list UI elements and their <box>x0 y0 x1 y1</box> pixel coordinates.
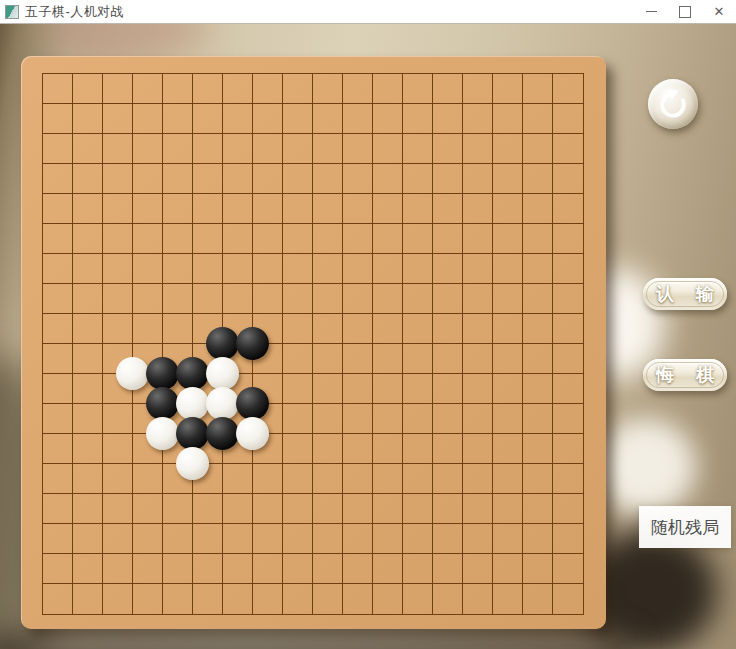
board-cell[interactable] <box>553 164 583 194</box>
board-cell[interactable] <box>193 584 223 614</box>
board-cell[interactable] <box>343 74 373 104</box>
board-cell[interactable] <box>283 524 313 554</box>
board-cell[interactable] <box>223 284 253 314</box>
board-cell[interactable] <box>523 164 553 194</box>
board-cell[interactable] <box>403 524 433 554</box>
board-cell[interactable] <box>133 584 163 614</box>
board-cell[interactable] <box>343 464 373 494</box>
board-cell[interactable] <box>493 134 523 164</box>
board-cell[interactable] <box>133 464 163 494</box>
board-cell[interactable] <box>163 404 193 434</box>
board-cell[interactable] <box>223 74 253 104</box>
board-cell[interactable] <box>313 224 343 254</box>
board-cell[interactable] <box>433 404 463 434</box>
board-cell[interactable] <box>463 194 493 224</box>
board-cell[interactable] <box>283 434 313 464</box>
board-cell[interactable] <box>343 404 373 434</box>
board-cell[interactable] <box>73 254 103 284</box>
board-cell[interactable] <box>103 374 133 404</box>
board-cell[interactable] <box>253 224 283 254</box>
board-cell[interactable] <box>133 74 163 104</box>
board-cell[interactable] <box>73 374 103 404</box>
board-cell[interactable] <box>223 524 253 554</box>
board-cell[interactable] <box>373 434 403 464</box>
board-cell[interactable] <box>43 554 73 584</box>
board-cell[interactable] <box>403 194 433 224</box>
board-cell[interactable] <box>493 224 523 254</box>
board-cell[interactable] <box>283 254 313 284</box>
close-button[interactable]: ✕ <box>702 1 736 23</box>
board-cell[interactable] <box>193 254 223 284</box>
board-cell[interactable] <box>313 554 343 584</box>
board-cell[interactable] <box>253 284 283 314</box>
board-cell[interactable] <box>373 584 403 614</box>
board-cell[interactable] <box>373 224 403 254</box>
board-cell[interactable] <box>553 254 583 284</box>
board-cell[interactable] <box>313 404 343 434</box>
board-cell[interactable] <box>103 404 133 434</box>
board-cell[interactable] <box>193 434 223 464</box>
gomoku-board[interactable] <box>21 56 606 629</box>
board-cell[interactable] <box>283 554 313 584</box>
board-cell[interactable] <box>313 584 343 614</box>
board-cell[interactable] <box>523 134 553 164</box>
board-cell[interactable] <box>283 464 313 494</box>
board-cell[interactable] <box>253 104 283 134</box>
board-cell[interactable] <box>283 284 313 314</box>
board-cell[interactable] <box>193 164 223 194</box>
board-cell[interactable] <box>103 584 133 614</box>
board-cell[interactable] <box>463 224 493 254</box>
board-cell[interactable] <box>103 524 133 554</box>
board-cell[interactable] <box>433 524 463 554</box>
board-cell[interactable] <box>373 314 403 344</box>
board-cell[interactable] <box>193 374 223 404</box>
board-cell[interactable] <box>403 314 433 344</box>
board-cell[interactable] <box>463 284 493 314</box>
board-cell[interactable] <box>133 254 163 284</box>
board-cell[interactable] <box>193 134 223 164</box>
board-cell[interactable] <box>223 464 253 494</box>
board-cell[interactable] <box>43 434 73 464</box>
board-cell[interactable] <box>433 314 463 344</box>
board-cell[interactable] <box>523 254 553 284</box>
board-cell[interactable] <box>553 554 583 584</box>
board-cell[interactable] <box>223 494 253 524</box>
board-cell[interactable] <box>43 194 73 224</box>
board-cell[interactable] <box>283 344 313 374</box>
board-cell[interactable] <box>553 494 583 524</box>
board-cell[interactable] <box>163 254 193 284</box>
board-cell[interactable] <box>43 164 73 194</box>
board-cell[interactable] <box>223 254 253 284</box>
board-cell[interactable] <box>313 494 343 524</box>
board-cell[interactable] <box>553 404 583 434</box>
board-cell[interactable] <box>313 74 343 104</box>
board-cell[interactable] <box>43 224 73 254</box>
board-cell[interactable] <box>163 434 193 464</box>
board-grid[interactable] <box>42 73 584 615</box>
board-cell[interactable] <box>463 554 493 584</box>
board-cell[interactable] <box>403 134 433 164</box>
board-cell[interactable] <box>523 434 553 464</box>
board-cell[interactable] <box>43 404 73 434</box>
board-cell[interactable] <box>373 464 403 494</box>
board-cell[interactable] <box>43 344 73 374</box>
board-cell[interactable] <box>373 74 403 104</box>
board-cell[interactable] <box>73 284 103 314</box>
board-cell[interactable] <box>553 74 583 104</box>
board-cell[interactable] <box>163 194 193 224</box>
board-cell[interactable] <box>463 104 493 134</box>
board-cell[interactable] <box>133 494 163 524</box>
board-cell[interactable] <box>73 104 103 134</box>
board-cell[interactable] <box>253 554 283 584</box>
board-cell[interactable] <box>133 194 163 224</box>
board-cell[interactable] <box>283 224 313 254</box>
board-cell[interactable] <box>253 164 283 194</box>
board-cell[interactable] <box>313 314 343 344</box>
board-cell[interactable] <box>373 524 403 554</box>
board-cell[interactable] <box>223 434 253 464</box>
board-cell[interactable] <box>313 194 343 224</box>
board-cell[interactable] <box>373 404 403 434</box>
board-cell[interactable] <box>223 554 253 584</box>
board-cell[interactable] <box>163 314 193 344</box>
board-cell[interactable] <box>133 134 163 164</box>
board-cell[interactable] <box>343 164 373 194</box>
board-cell[interactable] <box>223 344 253 374</box>
board-cell[interactable] <box>133 374 163 404</box>
board-cell[interactable] <box>253 464 283 494</box>
board-cell[interactable] <box>523 224 553 254</box>
board-cell[interactable] <box>433 224 463 254</box>
board-cell[interactable] <box>73 164 103 194</box>
board-cell[interactable] <box>493 404 523 434</box>
board-cell[interactable] <box>163 464 193 494</box>
board-cell[interactable] <box>253 374 283 404</box>
board-cell[interactable] <box>403 284 433 314</box>
board-cell[interactable] <box>103 194 133 224</box>
board-cell[interactable] <box>43 284 73 314</box>
board-cell[interactable] <box>433 164 463 194</box>
board-cell[interactable] <box>223 584 253 614</box>
board-cell[interactable] <box>463 314 493 344</box>
board-cell[interactable] <box>553 344 583 374</box>
board-cell[interactable] <box>193 284 223 314</box>
board-cell[interactable] <box>163 494 193 524</box>
board-cell[interactable] <box>433 494 463 524</box>
board-cell[interactable] <box>103 284 133 314</box>
board-cell[interactable] <box>463 404 493 434</box>
board-cell[interactable] <box>223 224 253 254</box>
board-cell[interactable] <box>343 494 373 524</box>
board-cell[interactable] <box>313 134 343 164</box>
board-cell[interactable] <box>163 104 193 134</box>
board-cell[interactable] <box>163 344 193 374</box>
board-cell[interactable] <box>373 344 403 374</box>
board-cell[interactable] <box>103 224 133 254</box>
board-cell[interactable] <box>433 584 463 614</box>
board-cell[interactable] <box>373 554 403 584</box>
board-cell[interactable] <box>553 584 583 614</box>
board-cell[interactable] <box>283 74 313 104</box>
board-cell[interactable] <box>463 374 493 404</box>
board-cell[interactable] <box>163 554 193 584</box>
board-cell[interactable] <box>283 134 313 164</box>
board-cell[interactable] <box>343 554 373 584</box>
minimize-button[interactable] <box>634 1 668 23</box>
board-cell[interactable] <box>253 134 283 164</box>
board-cell[interactable] <box>493 554 523 584</box>
board-cell[interactable] <box>343 374 373 404</box>
board-cell[interactable] <box>493 374 523 404</box>
board-cell[interactable] <box>493 194 523 224</box>
board-cell[interactable] <box>463 524 493 554</box>
board-cell[interactable] <box>523 344 553 374</box>
board-cell[interactable] <box>553 194 583 224</box>
surrender-button[interactable]: 认 输 <box>643 278 727 310</box>
board-cell[interactable] <box>343 284 373 314</box>
board-cell[interactable] <box>313 164 343 194</box>
board-cell[interactable] <box>553 284 583 314</box>
random-endgame-button[interactable]: 随机残局 <box>639 506 731 548</box>
board-cell[interactable] <box>103 104 133 134</box>
board-cell[interactable] <box>463 344 493 374</box>
board-cell[interactable] <box>553 374 583 404</box>
board-cell[interactable] <box>103 344 133 374</box>
undo-move-button[interactable]: 悔 棋 <box>643 359 727 391</box>
board-cell[interactable] <box>283 374 313 404</box>
board-cell[interactable] <box>493 284 523 314</box>
board-cell[interactable] <box>283 194 313 224</box>
board-cell[interactable] <box>43 464 73 494</box>
board-cell[interactable] <box>433 254 463 284</box>
board-cell[interactable] <box>493 584 523 614</box>
board-cell[interactable] <box>73 74 103 104</box>
board-cell[interactable] <box>193 224 223 254</box>
board-cell[interactable] <box>313 254 343 284</box>
board-cell[interactable] <box>553 434 583 464</box>
board-cell[interactable] <box>193 74 223 104</box>
board-cell[interactable] <box>433 104 463 134</box>
board-cell[interactable] <box>403 74 433 104</box>
board-cell[interactable] <box>133 314 163 344</box>
board-cell[interactable] <box>373 134 403 164</box>
board-cell[interactable] <box>463 434 493 464</box>
board-cell[interactable] <box>313 434 343 464</box>
board-cell[interactable] <box>523 194 553 224</box>
board-cell[interactable] <box>313 344 343 374</box>
board-cell[interactable] <box>493 314 523 344</box>
board-cell[interactable] <box>73 584 103 614</box>
board-cell[interactable] <box>403 104 433 134</box>
board-cell[interactable] <box>193 494 223 524</box>
board-cell[interactable] <box>403 164 433 194</box>
board-cell[interactable] <box>253 494 283 524</box>
restart-button[interactable] <box>648 79 698 129</box>
board-cell[interactable] <box>253 524 283 554</box>
board-cell[interactable] <box>253 74 283 104</box>
board-cell[interactable] <box>253 194 283 224</box>
board-cell[interactable] <box>343 254 373 284</box>
board-cell[interactable] <box>163 584 193 614</box>
board-cell[interactable] <box>223 104 253 134</box>
board-cell[interactable] <box>193 344 223 374</box>
board-cell[interactable] <box>133 284 163 314</box>
board-cell[interactable] <box>73 464 103 494</box>
board-cell[interactable] <box>433 194 463 224</box>
board-cell[interactable] <box>223 374 253 404</box>
board-cell[interactable] <box>463 494 493 524</box>
board-cell[interactable] <box>493 254 523 284</box>
board-cell[interactable] <box>403 374 433 404</box>
board-cell[interactable] <box>133 554 163 584</box>
board-cell[interactable] <box>523 404 553 434</box>
board-cell[interactable] <box>313 464 343 494</box>
board-cell[interactable] <box>493 464 523 494</box>
board-cell[interactable] <box>523 554 553 584</box>
board-cell[interactable] <box>103 134 133 164</box>
board-cell[interactable] <box>463 464 493 494</box>
board-cell[interactable] <box>523 314 553 344</box>
board-cell[interactable] <box>433 434 463 464</box>
board-cell[interactable] <box>133 164 163 194</box>
board-cell[interactable] <box>493 74 523 104</box>
board-cell[interactable] <box>223 194 253 224</box>
board-cell[interactable] <box>343 524 373 554</box>
board-cell[interactable] <box>343 224 373 254</box>
board-cell[interactable] <box>373 494 403 524</box>
board-cell[interactable] <box>553 104 583 134</box>
board-cell[interactable] <box>43 254 73 284</box>
board-cell[interactable] <box>403 254 433 284</box>
board-cell[interactable] <box>73 194 103 224</box>
board-cell[interactable] <box>73 224 103 254</box>
board-cell[interactable] <box>223 134 253 164</box>
board-cell[interactable] <box>193 104 223 134</box>
board-cell[interactable] <box>253 404 283 434</box>
board-cell[interactable] <box>343 314 373 344</box>
board-cell[interactable] <box>73 134 103 164</box>
board-cell[interactable] <box>403 224 433 254</box>
board-cell[interactable] <box>253 584 283 614</box>
board-cell[interactable] <box>493 104 523 134</box>
board-cell[interactable] <box>133 224 163 254</box>
board-cell[interactable] <box>193 404 223 434</box>
board-cell[interactable] <box>523 104 553 134</box>
board-cell[interactable] <box>73 344 103 374</box>
board-cell[interactable] <box>163 134 193 164</box>
board-cell[interactable] <box>523 584 553 614</box>
board-cell[interactable] <box>43 494 73 524</box>
board-cell[interactable] <box>553 134 583 164</box>
board-cell[interactable] <box>43 524 73 554</box>
board-cell[interactable] <box>43 584 73 614</box>
board-cell[interactable] <box>343 104 373 134</box>
board-cell[interactable] <box>373 104 403 134</box>
board-cell[interactable] <box>463 74 493 104</box>
board-cell[interactable] <box>463 584 493 614</box>
board-cell[interactable] <box>433 374 463 404</box>
board-cell[interactable] <box>73 434 103 464</box>
board-cell[interactable] <box>163 374 193 404</box>
board-cell[interactable] <box>553 464 583 494</box>
board-cell[interactable] <box>223 404 253 434</box>
board-cell[interactable] <box>193 194 223 224</box>
board-cell[interactable] <box>433 284 463 314</box>
board-cell[interactable] <box>433 344 463 374</box>
board-cell[interactable] <box>253 314 283 344</box>
board-cell[interactable] <box>133 434 163 464</box>
board-cell[interactable] <box>223 164 253 194</box>
board-cell[interactable] <box>283 404 313 434</box>
board-cell[interactable] <box>343 194 373 224</box>
board-cell[interactable] <box>433 74 463 104</box>
board-cell[interactable] <box>313 104 343 134</box>
board-cell[interactable] <box>163 164 193 194</box>
board-cell[interactable] <box>163 224 193 254</box>
board-cell[interactable] <box>403 344 433 374</box>
board-cell[interactable] <box>403 464 433 494</box>
board-cell[interactable] <box>493 344 523 374</box>
board-cell[interactable] <box>283 164 313 194</box>
board-cell[interactable] <box>193 524 223 554</box>
board-cell[interactable] <box>433 554 463 584</box>
board-cell[interactable] <box>553 314 583 344</box>
board-cell[interactable] <box>523 74 553 104</box>
board-cell[interactable] <box>133 524 163 554</box>
board-cell[interactable] <box>403 554 433 584</box>
board-cell[interactable] <box>133 344 163 374</box>
board-cell[interactable] <box>403 404 433 434</box>
board-cell[interactable] <box>493 164 523 194</box>
board-cell[interactable] <box>343 434 373 464</box>
board-cell[interactable] <box>253 434 283 464</box>
board-cell[interactable] <box>73 314 103 344</box>
board-cell[interactable] <box>373 194 403 224</box>
board-cell[interactable] <box>103 254 133 284</box>
board-cell[interactable] <box>343 344 373 374</box>
board-cell[interactable] <box>313 374 343 404</box>
board-cell[interactable] <box>373 374 403 404</box>
board-cell[interactable] <box>193 314 223 344</box>
board-cell[interactable] <box>403 584 433 614</box>
board-cell[interactable] <box>193 464 223 494</box>
board-cell[interactable] <box>163 74 193 104</box>
maximize-button[interactable] <box>668 1 702 23</box>
board-cell[interactable] <box>373 284 403 314</box>
board-cell[interactable] <box>103 494 133 524</box>
board-cell[interactable] <box>523 374 553 404</box>
board-cell[interactable] <box>103 314 133 344</box>
board-cell[interactable] <box>553 524 583 554</box>
board-cell[interactable] <box>403 494 433 524</box>
board-cell[interactable] <box>223 314 253 344</box>
board-cell[interactable] <box>43 104 73 134</box>
board-cell[interactable] <box>283 104 313 134</box>
board-cell[interactable] <box>133 104 163 134</box>
board-cell[interactable] <box>103 554 133 584</box>
board-cell[interactable] <box>103 464 133 494</box>
board-cell[interactable] <box>73 494 103 524</box>
board-cell[interactable] <box>133 404 163 434</box>
board-cell[interactable] <box>523 464 553 494</box>
board-cell[interactable] <box>343 134 373 164</box>
board-cell[interactable] <box>163 284 193 314</box>
board-cell[interactable] <box>253 344 283 374</box>
board-cell[interactable] <box>373 164 403 194</box>
